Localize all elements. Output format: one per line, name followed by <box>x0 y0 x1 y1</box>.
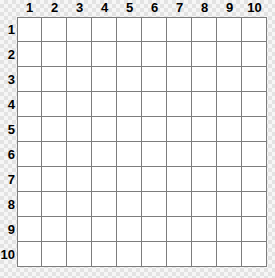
grid-cell-c5-r1[interactable] <box>117 17 142 42</box>
grid-cell-c8-r2[interactable] <box>192 42 217 67</box>
grid-cell-c5-r8[interactable] <box>117 192 142 217</box>
grid-cell-c3-r1[interactable] <box>67 17 92 42</box>
row-label-7: 7 <box>0 167 17 192</box>
grid-cell-c10-r7[interactable] <box>242 167 267 192</box>
grid-cell-c10-r8[interactable] <box>242 192 267 217</box>
grid-cell-c5-r4[interactable] <box>117 92 142 117</box>
grid-cell-c1-r9[interactable] <box>17 217 42 242</box>
grid-cell-c3-r4[interactable] <box>67 92 92 117</box>
grid-cell-c6-r5[interactable] <box>142 117 167 142</box>
col-label-1: 1 <box>17 0 42 17</box>
row-label-3: 3 <box>0 67 17 92</box>
grid-cell-c3-r10[interactable] <box>67 242 92 267</box>
grid-cell-c5-r3[interactable] <box>117 67 142 92</box>
grid-cell-c3-r2[interactable] <box>67 42 92 67</box>
col-label-2: 2 <box>42 0 67 17</box>
grid-cell-c8-r7[interactable] <box>192 167 217 192</box>
grid-cell-c2-r5[interactable] <box>42 117 67 142</box>
grid-cell-c4-r1[interactable] <box>92 17 117 42</box>
grid-cell-c2-r8[interactable] <box>42 192 67 217</box>
grid-cell-c9-r3[interactable] <box>217 67 242 92</box>
grid-cell-c9-r8[interactable] <box>217 192 242 217</box>
row-label-1: 1 <box>0 17 17 42</box>
grid-cell-c1-r3[interactable] <box>17 67 42 92</box>
grid-cell-c9-r6[interactable] <box>217 142 242 167</box>
grid-cell-c8-r8[interactable] <box>192 192 217 217</box>
grid-cell-c6-r10[interactable] <box>142 242 167 267</box>
grid-cell-c7-r6[interactable] <box>167 142 192 167</box>
grid-cell-c7-r9[interactable] <box>167 217 192 242</box>
grid-cell-c6-r1[interactable] <box>142 17 167 42</box>
col-label-10: 10 <box>242 0 267 17</box>
col-label-6: 6 <box>142 0 167 17</box>
grid-cell-c4-r4[interactable] <box>92 92 117 117</box>
grid-cell-c4-r6[interactable] <box>92 142 117 167</box>
grid-cell-c10-r10[interactable] <box>242 242 267 267</box>
grid-cell-c4-r8[interactable] <box>92 192 117 217</box>
grid-cell-c7-r7[interactable] <box>167 167 192 192</box>
grid-cell-c9-r9[interactable] <box>217 217 242 242</box>
row-label-2: 2 <box>0 42 17 67</box>
grid-cell-c6-r9[interactable] <box>142 217 167 242</box>
grid-cell-c6-r3[interactable] <box>142 67 167 92</box>
grid-cell-c9-r7[interactable] <box>217 167 242 192</box>
row-label-8: 8 <box>0 192 17 217</box>
col-label-5: 5 <box>117 0 142 17</box>
grid-cell-c6-r8[interactable] <box>142 192 167 217</box>
grid-cell-c8-r4[interactable] <box>192 92 217 117</box>
grid-cell-c7-r4[interactable] <box>167 92 192 117</box>
grid-cell-c5-r9[interactable] <box>117 217 142 242</box>
grid-cell-c10-r5[interactable] <box>242 117 267 142</box>
grid-cell-c2-r7[interactable] <box>42 167 67 192</box>
grid-cell-c8-r6[interactable] <box>192 142 217 167</box>
grid-cell-c8-r10[interactable] <box>192 242 217 267</box>
row-label-6: 6 <box>0 142 17 167</box>
grid-cell-c6-r4[interactable] <box>142 92 167 117</box>
grid-cell-c2-r9[interactable] <box>42 217 67 242</box>
col-label-7: 7 <box>167 0 192 17</box>
grid-cell-c9-r5[interactable] <box>217 117 242 142</box>
grid-cell-c1-r8[interactable] <box>17 192 42 217</box>
grid-cell-c4-r10[interactable] <box>92 242 117 267</box>
grid-cell-c7-r3[interactable] <box>167 67 192 92</box>
row-label-10: 10 <box>0 242 17 267</box>
grid-cell-c7-r8[interactable] <box>167 192 192 217</box>
grid-cell-c3-r8[interactable] <box>67 192 92 217</box>
grid-cell-c1-r7[interactable] <box>17 167 42 192</box>
grid-cell-c5-r7[interactable] <box>117 167 142 192</box>
grid-cell-c5-r2[interactable] <box>117 42 142 67</box>
col-label-8: 8 <box>192 0 217 17</box>
grid-cell-c6-r2[interactable] <box>142 42 167 67</box>
page-background: 1234567891012345678910 <box>0 0 275 278</box>
grid-cell-c7-r5[interactable] <box>167 117 192 142</box>
grid-cell-c10-r9[interactable] <box>242 217 267 242</box>
grid-cell-c8-r3[interactable] <box>192 67 217 92</box>
grid-cell-c10-r6[interactable] <box>242 142 267 167</box>
grid-cell-c10-r1[interactable] <box>242 17 267 42</box>
col-label-4: 4 <box>92 0 117 17</box>
grid-cell-c9-r2[interactable] <box>217 42 242 67</box>
col-label-3: 3 <box>67 0 92 17</box>
grid-cell-c9-r10[interactable] <box>217 242 242 267</box>
grid-cell-c10-r3[interactable] <box>242 67 267 92</box>
grid-cell-c2-r6[interactable] <box>42 142 67 167</box>
grid-cell-c7-r1[interactable] <box>167 17 192 42</box>
grid-cell-c6-r7[interactable] <box>142 167 167 192</box>
grid-cell-c7-r10[interactable] <box>167 242 192 267</box>
row-label-9: 9 <box>0 217 17 242</box>
grid-cell-c1-r5[interactable] <box>17 117 42 142</box>
grid-cell-c1-r2[interactable] <box>17 42 42 67</box>
grid-cell-c5-r10[interactable] <box>117 242 142 267</box>
grid-cell-c4-r3[interactable] <box>92 67 117 92</box>
grid-cell-c2-r10[interactable] <box>42 242 67 267</box>
grid-cell-c9-r1[interactable] <box>217 17 242 42</box>
grid-cell-c2-r1[interactable] <box>42 17 67 42</box>
grid-cell-c1-r1[interactable] <box>17 17 42 42</box>
grid-cell-c8-r5[interactable] <box>192 117 217 142</box>
grid-cell-c2-r2[interactable] <box>42 42 67 67</box>
grid-cell-c3-r6[interactable] <box>67 142 92 167</box>
grid-cell-c8-r9[interactable] <box>192 217 217 242</box>
grid-cell-c5-r6[interactable] <box>117 142 142 167</box>
grid-cell-c7-r2[interactable] <box>167 42 192 67</box>
grid-cell-c3-r9[interactable] <box>67 217 92 242</box>
grid-cell-c4-r5[interactable] <box>92 117 117 142</box>
grid-cell-c9-r4[interactable] <box>217 92 242 117</box>
grid-cell-c6-r6[interactable] <box>142 142 167 167</box>
game-board: 1234567891012345678910 <box>0 0 267 267</box>
row-label-4: 4 <box>0 92 17 117</box>
grid-cell-c5-r5[interactable] <box>117 117 142 142</box>
row-label-5: 5 <box>0 117 17 142</box>
grid-cell-c3-r3[interactable] <box>67 67 92 92</box>
grid-cell-c2-r3[interactable] <box>42 67 67 92</box>
grid-cell-c4-r9[interactable] <box>92 217 117 242</box>
grid-cell-c1-r10[interactable] <box>17 242 42 267</box>
grid-cell-c4-r2[interactable] <box>92 42 117 67</box>
grid-cell-c1-r4[interactable] <box>17 92 42 117</box>
grid-cell-c10-r4[interactable] <box>242 92 267 117</box>
grid-cell-c1-r6[interactable] <box>17 142 42 167</box>
grid-cell-c2-r4[interactable] <box>42 92 67 117</box>
grid-cell-c8-r1[interactable] <box>192 17 217 42</box>
grid-cell-c10-r2[interactable] <box>242 42 267 67</box>
grid-cell-c4-r7[interactable] <box>92 167 117 192</box>
grid-cell-c3-r7[interactable] <box>67 167 92 192</box>
grid-cell-c3-r5[interactable] <box>67 117 92 142</box>
col-label-9: 9 <box>217 0 242 17</box>
corner-spacer <box>0 0 17 17</box>
